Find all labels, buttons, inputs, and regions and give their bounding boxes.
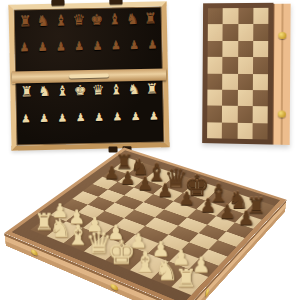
brass-clasp-icon (111, 283, 118, 291)
piece-black-p: ♟ (237, 209, 254, 228)
main-board: ♜♞♝♛♚♝♞♜♟♟♟♟♟♟♟♟♟♟♟♟♟♟♟♟♜♞♝♛♚♝♞♜ (4, 148, 286, 300)
board-scene: ♜♞♝♛♚♝♞♜♟♟♟♟♟♟♟♟♟♟♟♟♟♟♟♟♜♞♝♛♚♝♞♜ (0, 0, 300, 300)
piece-white-r: ♜ (175, 266, 197, 291)
brass-clasp-icon (30, 248, 37, 256)
brass-clasp-icon (205, 287, 209, 298)
product-photo: ♜♞♝♛♚♝♞♜ ♟♟♟♟♟♟♟♟ ♜♞♝♚♛♝♞♜ ♟♟♟♟♟♟♟♟ ♜♞♝♛… (0, 0, 300, 300)
